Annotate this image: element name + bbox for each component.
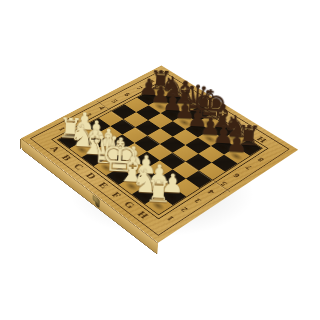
rank-label-far-2: 2 xyxy=(179,201,196,212)
chess-box: ABCDEFGH ABCDEFGH 87654321 87654321 ♜♞♝♛… xyxy=(21,66,298,243)
square-h1: ♜ xyxy=(145,195,172,214)
rank-label-far-8: 8 xyxy=(256,152,271,162)
rank-label-far-1: 1 xyxy=(165,210,182,222)
product-photo: ABCDEFGH ABCDEFGH 87654321 87654321 ♜♞♝♛… xyxy=(0,0,320,320)
rank-label-far-3: 3 xyxy=(193,193,210,204)
rank-label-near-6: 6 xyxy=(116,92,131,100)
scene: ABCDEFGH ABCDEFGH 87654321 87654321 ♜♞♝♛… xyxy=(0,0,320,320)
rank-label-far-6: 6 xyxy=(232,168,248,178)
rank-label-far-7: 7 xyxy=(244,160,260,170)
board-surface: ABCDEFGH ABCDEFGH 87654321 87654321 ♜♞♝♛… xyxy=(21,66,298,243)
square-h6 xyxy=(212,155,238,172)
file-label-near-A: A xyxy=(45,142,65,155)
